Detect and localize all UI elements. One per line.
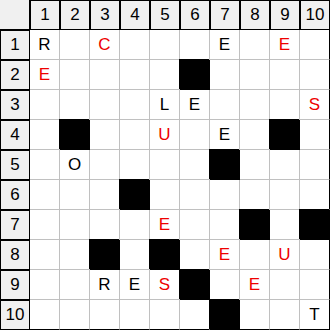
black-cell-r4c2: [60, 120, 90, 150]
cell-r5c8[interactable]: [240, 150, 270, 180]
cell-r5c10[interactable]: [300, 150, 330, 180]
cell-r1c2[interactable]: [60, 30, 90, 60]
cell-r4c8[interactable]: [240, 120, 270, 150]
cell-r9c8[interactable]: E: [240, 270, 270, 300]
cell-r7c1[interactable]: [30, 210, 60, 240]
cell-r7c6[interactable]: [180, 210, 210, 240]
black-cell-r7c8: [240, 210, 270, 240]
cell-r4c4[interactable]: [120, 120, 150, 150]
cell-r10c4[interactable]: [120, 300, 150, 330]
cell-r7c4[interactable]: [120, 210, 150, 240]
cell-r2c7[interactable]: [210, 60, 240, 90]
cell-r6c1[interactable]: [30, 180, 60, 210]
cell-r5c9[interactable]: [270, 150, 300, 180]
cell-r2c2[interactable]: [60, 60, 90, 90]
cell-r2c3[interactable]: [90, 60, 120, 90]
puzzle-board: 123456789101RCEE2E3LES4UE5O67E8EU9RESE10…: [0, 0, 330, 330]
col-header-5: 5: [150, 0, 180, 30]
cell-r8c10[interactable]: [300, 240, 330, 270]
cell-r1c4[interactable]: [120, 30, 150, 60]
col-header-3: 3: [90, 0, 120, 30]
cell-r3c10[interactable]: S: [300, 90, 330, 120]
cell-r2c9[interactable]: [270, 60, 300, 90]
cell-r4c10[interactable]: [300, 120, 330, 150]
cell-r10c9[interactable]: [270, 300, 300, 330]
col-header-7: 7: [210, 0, 240, 30]
cell-r3c9[interactable]: [270, 90, 300, 120]
cell-r1c1[interactable]: R: [30, 30, 60, 60]
cell-r3c8[interactable]: [240, 90, 270, 120]
black-cell-r7c10: [300, 210, 330, 240]
cell-r3c4[interactable]: [120, 90, 150, 120]
cell-r4c3[interactable]: [90, 120, 120, 150]
black-cell-r9c6: [180, 270, 210, 300]
cell-r2c8[interactable]: [240, 60, 270, 90]
cell-r1c3[interactable]: C: [90, 30, 120, 60]
cell-r10c6[interactable]: [180, 300, 210, 330]
cell-r6c2[interactable]: [60, 180, 90, 210]
black-cell-r10c7: [210, 300, 240, 330]
cell-r10c2[interactable]: [60, 300, 90, 330]
cell-r7c5[interactable]: E: [150, 210, 180, 240]
cell-r9c5[interactable]: S: [150, 270, 180, 300]
row-header-4: 4: [0, 120, 30, 150]
cell-r1c9[interactable]: E: [270, 30, 300, 60]
cell-r10c3[interactable]: [90, 300, 120, 330]
cell-r1c8[interactable]: [240, 30, 270, 60]
cell-r9c10[interactable]: [300, 270, 330, 300]
cell-r5c6[interactable]: [180, 150, 210, 180]
cell-r9c3[interactable]: R: [90, 270, 120, 300]
cell-r6c7[interactable]: [210, 180, 240, 210]
cell-r5c2[interactable]: O: [60, 150, 90, 180]
cell-r4c7[interactable]: E: [210, 120, 240, 150]
black-cell-r4c9: [270, 120, 300, 150]
cell-r6c3[interactable]: [90, 180, 120, 210]
cell-r4c6[interactable]: [180, 120, 210, 150]
col-header-4: 4: [120, 0, 150, 30]
cell-r8c9[interactable]: U: [270, 240, 300, 270]
cell-r10c10[interactable]: T: [300, 300, 330, 330]
col-header-6: 6: [180, 0, 210, 30]
black-cell-r8c3: [90, 240, 120, 270]
row-header-1: 1: [0, 30, 30, 60]
col-header-9: 9: [270, 0, 300, 30]
row-header-10: 10: [0, 300, 30, 330]
black-cell-r5c7: [210, 150, 240, 180]
cell-r9c1[interactable]: [30, 270, 60, 300]
cell-r2c5[interactable]: [150, 60, 180, 90]
cell-r6c5[interactable]: [150, 180, 180, 210]
col-header-1: 1: [30, 0, 60, 30]
cell-r3c3[interactable]: [90, 90, 120, 120]
cell-r9c9[interactable]: [270, 270, 300, 300]
cell-r7c2[interactable]: [60, 210, 90, 240]
cell-r7c7[interactable]: [210, 210, 240, 240]
cell-r10c1[interactable]: [30, 300, 60, 330]
cell-r5c5[interactable]: [150, 150, 180, 180]
cell-r8c8[interactable]: [240, 240, 270, 270]
cell-r8c2[interactable]: [60, 240, 90, 270]
row-header-8: 8: [0, 240, 30, 270]
cell-r3c2[interactable]: [60, 90, 90, 120]
black-cell-r8c5: [150, 240, 180, 270]
black-cell-r2c6: [180, 60, 210, 90]
cell-r3c6[interactable]: E: [180, 90, 210, 120]
cell-r1c6[interactable]: [180, 30, 210, 60]
cell-r2c1[interactable]: E: [30, 60, 60, 90]
cell-r1c10[interactable]: [300, 30, 330, 60]
col-header-8: 8: [240, 0, 270, 30]
row-header-2: 2: [0, 60, 30, 90]
cell-r3c5[interactable]: L: [150, 90, 180, 120]
cell-r6c9[interactable]: [270, 180, 300, 210]
cell-r8c7[interactable]: E: [210, 240, 240, 270]
cell-r2c10[interactable]: [300, 60, 330, 90]
cell-r4c1[interactable]: [30, 120, 60, 150]
cell-r6c6[interactable]: [180, 180, 210, 210]
cell-r5c4[interactable]: [120, 150, 150, 180]
cell-r8c1[interactable]: [30, 240, 60, 270]
row-header-7: 7: [0, 210, 30, 240]
cell-r1c7[interactable]: E: [210, 30, 240, 60]
corner-cell: [0, 0, 30, 30]
row-header-5: 5: [0, 150, 30, 180]
row-header-6: 6: [0, 180, 30, 210]
cell-r3c1[interactable]: [30, 90, 60, 120]
black-cell-r6c4: [120, 180, 150, 210]
cell-r10c8[interactable]: [240, 300, 270, 330]
cell-r7c3[interactable]: [90, 210, 120, 240]
row-header-3: 3: [0, 90, 30, 120]
cell-r2c4[interactable]: [120, 60, 150, 90]
cell-r5c3[interactable]: [90, 150, 120, 180]
cell-r6c8[interactable]: [240, 180, 270, 210]
cell-r3c7[interactable]: [210, 90, 240, 120]
cell-r1c5[interactable]: [150, 30, 180, 60]
cell-r7c9[interactable]: [270, 210, 300, 240]
row-header-9: 9: [0, 270, 30, 300]
cell-r9c2[interactable]: [60, 270, 90, 300]
cell-r6c10[interactable]: [300, 180, 330, 210]
cell-r9c4[interactable]: E: [120, 270, 150, 300]
col-header-2: 2: [60, 0, 90, 30]
cell-r5c1[interactable]: [30, 150, 60, 180]
cell-r10c5[interactable]: [150, 300, 180, 330]
cell-r8c4[interactable]: [120, 240, 150, 270]
col-header-10: 10: [300, 0, 330, 30]
cell-r8c6[interactable]: [180, 240, 210, 270]
cell-r9c7[interactable]: [210, 270, 240, 300]
cell-r4c5[interactable]: U: [150, 120, 180, 150]
